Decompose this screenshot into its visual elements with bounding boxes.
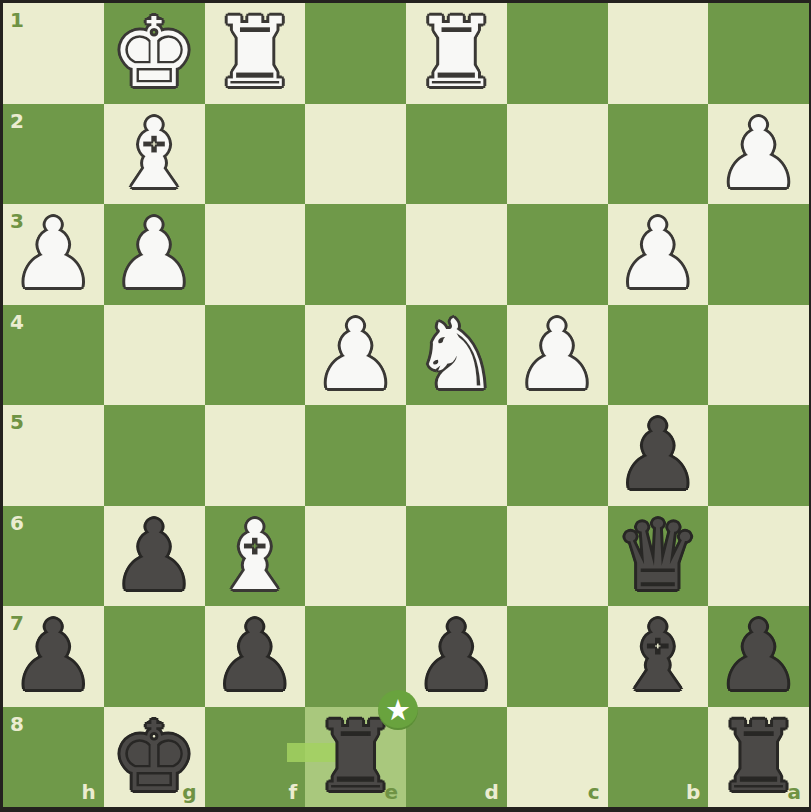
piece-black-pawn-a7[interactable]: ♟ <box>708 606 809 707</box>
piece-black-pawn-f7[interactable]: ♟ <box>205 606 306 707</box>
square-a8[interactable]: a♜ <box>708 707 809 808</box>
piece-white-pawn-c4[interactable]: ♟ <box>507 305 608 406</box>
square-g7[interactable] <box>104 606 205 707</box>
square-a3[interactable] <box>708 204 809 305</box>
square-h7[interactable]: 7♟ <box>3 606 104 707</box>
piece-white-knight-d4[interactable]: ♞ <box>406 305 507 406</box>
rank-label-2: 2 <box>10 111 24 131</box>
square-e6[interactable] <box>305 506 406 607</box>
piece-white-bishop-g2[interactable]: ♝ <box>104 104 205 205</box>
square-d5[interactable] <box>406 405 507 506</box>
square-a4[interactable] <box>708 305 809 406</box>
file-label-b: b <box>686 782 700 802</box>
square-e2[interactable] <box>305 104 406 205</box>
square-h1[interactable]: 1 <box>3 3 104 104</box>
square-g8[interactable]: g♚ <box>104 707 205 808</box>
square-e1[interactable] <box>305 3 406 104</box>
piece-white-pawn-b3[interactable]: ♟ <box>608 204 709 305</box>
file-label-f: f <box>289 782 298 802</box>
square-h8[interactable]: 8h <box>3 707 104 808</box>
square-b2[interactable] <box>608 104 709 205</box>
piece-white-pawn-e4[interactable]: ♟ <box>305 305 406 406</box>
file-label-d: d <box>484 782 498 802</box>
square-b8[interactable]: b <box>608 707 709 808</box>
file-label-c: c <box>588 782 600 802</box>
square-f6[interactable]: ♝ <box>205 506 306 607</box>
chess-app-frame: 1♚♜♜2♝♟3♟♟♟4♟♞♟5♟6♟♝♛7♟♟♟♝♟8hg♚fe♜dcba♜ … <box>0 0 811 812</box>
square-h2[interactable]: 2 <box>3 104 104 205</box>
square-h4[interactable]: 4 <box>3 305 104 406</box>
square-c8[interactable]: c <box>507 707 608 808</box>
piece-white-pawn-g3[interactable]: ♟ <box>104 204 205 305</box>
piece-black-pawn-h7[interactable]: ♟ <box>3 606 104 707</box>
rank-label-1: 1 <box>10 10 24 30</box>
rank-label-4: 4 <box>10 312 24 332</box>
piece-white-pawn-a2[interactable]: ♟ <box>708 104 809 205</box>
piece-black-pawn-b5[interactable]: ♟ <box>608 405 709 506</box>
square-g6[interactable]: ♟ <box>104 506 205 607</box>
square-c5[interactable] <box>507 405 608 506</box>
rank-label-6: 6 <box>10 513 24 533</box>
square-f1[interactable]: ♜ <box>205 3 306 104</box>
piece-white-pawn-h3[interactable]: ♟ <box>3 204 104 305</box>
piece-black-king-g8[interactable]: ♚ <box>104 707 205 808</box>
square-h6[interactable]: 6 <box>3 506 104 607</box>
rank-label-5: 5 <box>10 412 24 432</box>
file-label-h: h <box>82 782 96 802</box>
piece-black-pawn-g6[interactable]: ♟ <box>104 506 205 607</box>
square-d4[interactable]: ♞ <box>406 305 507 406</box>
square-d7[interactable]: ♟ <box>406 606 507 707</box>
board: 1♚♜♜2♝♟3♟♟♟4♟♞♟5♟6♟♝♛7♟♟♟♝♟8hg♚fe♜dcba♜ <box>3 3 809 807</box>
piece-white-king-g1[interactable]: ♚ <box>104 3 205 104</box>
square-f5[interactable] <box>205 405 306 506</box>
square-b7[interactable]: ♝ <box>608 606 709 707</box>
square-c4[interactable]: ♟ <box>507 305 608 406</box>
square-f4[interactable] <box>205 305 306 406</box>
piece-black-bishop-b7[interactable]: ♝ <box>608 606 709 707</box>
square-b5[interactable]: ♟ <box>608 405 709 506</box>
rank-label-8: 8 <box>10 714 24 734</box>
square-e4[interactable]: ♟ <box>305 305 406 406</box>
square-d6[interactable] <box>406 506 507 607</box>
piece-white-bishop-f6[interactable]: ♝ <box>205 506 306 607</box>
best-move-star-badge: ★ <box>378 690 418 730</box>
piece-black-queen-b6[interactable]: ♛ <box>608 506 709 607</box>
piece-black-rook-a8[interactable]: ♜ <box>708 707 809 808</box>
square-b4[interactable] <box>608 305 709 406</box>
square-d2[interactable] <box>406 104 507 205</box>
square-a2[interactable]: ♟ <box>708 104 809 205</box>
square-g1[interactable]: ♚ <box>104 3 205 104</box>
square-b1[interactable] <box>608 3 709 104</box>
square-c6[interactable] <box>507 506 608 607</box>
square-f3[interactable] <box>205 204 306 305</box>
square-a1[interactable] <box>708 3 809 104</box>
square-c2[interactable] <box>507 104 608 205</box>
square-g2[interactable]: ♝ <box>104 104 205 205</box>
square-a5[interactable] <box>708 405 809 506</box>
square-d1[interactable]: ♜ <box>406 3 507 104</box>
square-c7[interactable] <box>507 606 608 707</box>
square-f7[interactable]: ♟ <box>205 606 306 707</box>
square-e5[interactable] <box>305 405 406 506</box>
square-e3[interactable] <box>305 204 406 305</box>
square-h3[interactable]: 3♟ <box>3 204 104 305</box>
square-c1[interactable] <box>507 3 608 104</box>
square-g3[interactable]: ♟ <box>104 204 205 305</box>
square-d3[interactable] <box>406 204 507 305</box>
square-g4[interactable] <box>104 305 205 406</box>
square-c3[interactable] <box>507 204 608 305</box>
square-f2[interactable] <box>205 104 306 205</box>
square-d8[interactable]: d <box>406 707 507 808</box>
piece-black-pawn-d7[interactable]: ♟ <box>406 606 507 707</box>
piece-white-rook-f1[interactable]: ♜ <box>205 3 306 104</box>
piece-white-rook-d1[interactable]: ♜ <box>406 3 507 104</box>
square-b6[interactable]: ♛ <box>608 506 709 607</box>
square-b3[interactable]: ♟ <box>608 204 709 305</box>
square-h5[interactable]: 5 <box>3 405 104 506</box>
star-icon: ★ <box>385 692 411 728</box>
square-g5[interactable] <box>104 405 205 506</box>
square-a7[interactable]: ♟ <box>708 606 809 707</box>
square-f8[interactable]: f <box>205 707 306 808</box>
square-a6[interactable] <box>708 506 809 607</box>
